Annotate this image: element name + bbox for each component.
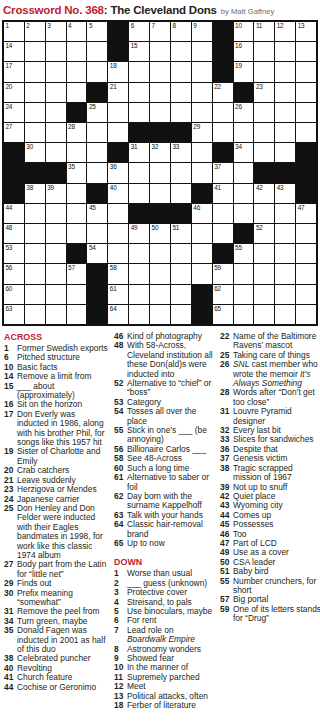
grid-cell[interactable] — [46, 42, 66, 61]
clue: 18Ferber of literature — [114, 701, 214, 710]
grid-cell[interactable] — [67, 83, 87, 102]
cell-number: 60 — [6, 286, 13, 292]
cell-number: 63 — [6, 306, 13, 312]
cell-number: 55 — [235, 245, 242, 251]
cell-number: 43 — [277, 185, 284, 191]
clue-text: Ferber of literature — [127, 701, 214, 710]
grid-cell[interactable] — [25, 305, 45, 324]
grid-cell[interactable]: 54 — [87, 244, 107, 263]
grid-cell[interactable] — [296, 305, 316, 324]
grid-cell[interactable] — [150, 42, 170, 61]
grid-cell[interactable] — [234, 163, 254, 182]
grid-cell[interactable]: 46 — [192, 204, 212, 223]
grid-cell[interactable] — [150, 103, 170, 122]
grid-cell[interactable] — [296, 123, 316, 142]
grid-cell[interactable]: 4 — [67, 22, 87, 41]
grid-cell[interactable]: 39 — [46, 184, 66, 203]
black-cell — [192, 285, 212, 304]
grid-cell[interactable] — [108, 103, 128, 122]
grid-cell[interactable]: 17 — [4, 62, 24, 81]
grid-cell[interactable] — [46, 103, 66, 122]
grid-cell[interactable] — [46, 285, 66, 304]
black-cell — [296, 163, 316, 182]
grid-cell[interactable] — [275, 62, 295, 81]
cell-number: 14 — [6, 43, 13, 49]
grid-cell[interactable] — [171, 163, 191, 182]
grid-cell[interactable] — [254, 204, 274, 223]
grid-cell[interactable]: 26 — [234, 103, 254, 122]
cell-number: 57 — [68, 265, 75, 271]
grid-cell[interactable]: 62 — [213, 285, 233, 304]
cell-number: 32 — [152, 144, 159, 150]
cell-number: 30 — [26, 144, 33, 150]
grid-cell[interactable]: 55 — [234, 244, 254, 263]
grid-cell[interactable]: 56 — [4, 264, 24, 283]
clue-number: 7 — [114, 626, 127, 645]
grid-cell[interactable]: 28 — [67, 123, 87, 142]
cell-number: 4 — [68, 23, 71, 29]
cell-number: 5 — [89, 23, 92, 29]
grid-cell[interactable] — [46, 244, 66, 263]
grid-cell[interactable] — [296, 62, 316, 81]
grid-cell[interactable] — [46, 264, 66, 283]
cell-number: 19 — [235, 63, 242, 69]
grid-cell[interactable] — [150, 163, 170, 182]
across-list-2: 46Kind of photography48With 58-Across, C… — [114, 332, 214, 548]
clue-number: 62 — [114, 492, 127, 511]
grid-cell[interactable] — [171, 264, 191, 283]
cell-number: 11 — [256, 23, 262, 29]
grid-cell[interactable] — [25, 62, 45, 81]
grid-cell[interactable]: 40 — [108, 184, 128, 203]
grid-cell[interactable] — [67, 285, 87, 304]
clue-text: Don Everly was inducted in 1986, along w… — [17, 410, 108, 448]
cell-number: 29 — [193, 124, 200, 130]
grid-cell[interactable] — [171, 285, 191, 304]
grid-cell[interactable] — [213, 204, 233, 223]
grid-cell[interactable] — [171, 305, 191, 324]
grid-cell[interactable] — [254, 285, 274, 304]
grid-cell[interactable] — [108, 123, 128, 142]
grid-cell[interactable] — [171, 184, 191, 203]
grid-cell[interactable] — [150, 285, 170, 304]
grid-cell[interactable] — [150, 244, 170, 263]
grid-cell[interactable] — [150, 264, 170, 283]
grid-cell[interactable] — [254, 103, 274, 122]
grid-cell[interactable] — [67, 62, 87, 81]
grid-cell[interactable] — [129, 264, 149, 283]
grid-cell[interactable]: 7 — [150, 22, 170, 41]
grid-cell[interactable] — [46, 143, 66, 162]
grid-cell[interactable] — [275, 123, 295, 142]
grid-cell[interactable]: 3 — [46, 22, 66, 41]
clue-text: Louvre Pyramid designer — [233, 407, 320, 426]
grid-cell[interactable]: 5 — [87, 22, 107, 41]
grid-cell[interactable] — [87, 42, 107, 61]
black-cell — [108, 42, 128, 61]
grid-cell[interactable]: 31 — [129, 143, 149, 162]
grid-cell[interactable] — [150, 305, 170, 324]
grid-cell[interactable]: 32 — [150, 143, 170, 162]
grid-cell[interactable] — [25, 285, 45, 304]
black-cell — [213, 22, 233, 41]
grid-cell[interactable] — [275, 224, 295, 243]
grid-cell[interactable] — [25, 204, 45, 223]
grid-cell[interactable] — [275, 305, 295, 324]
clue: 7Lead role on Boardwalk Empire — [114, 626, 214, 645]
grid-cell[interactable] — [87, 224, 107, 243]
grid-cell[interactable] — [171, 42, 191, 61]
cell-number: 51 — [172, 225, 179, 231]
grid-cell[interactable] — [25, 123, 45, 142]
grid-cell[interactable]: 60 — [4, 285, 24, 304]
grid-cell[interactable] — [275, 244, 295, 263]
cell-number: 26 — [235, 104, 242, 110]
clue-number: 59 — [220, 605, 233, 624]
grid-cell[interactable]: 19 — [234, 62, 254, 81]
clue: 27Body part from the Latin for “little n… — [4, 560, 108, 579]
grid-cell[interactable] — [150, 62, 170, 81]
grid-cell[interactable] — [234, 184, 254, 203]
byline: by Matt Gaffney — [221, 7, 274, 16]
grid-cell[interactable]: 65 — [213, 305, 233, 324]
black-cell — [254, 163, 274, 182]
grid-cell[interactable] — [254, 62, 274, 81]
clue-number: 48 — [114, 341, 127, 379]
grid-cell[interactable] — [192, 143, 212, 162]
grid-cell[interactable] — [171, 103, 191, 122]
grid-cell[interactable]: 6 — [129, 22, 149, 41]
cell-number: 44 — [6, 205, 13, 211]
grid-cell[interactable] — [150, 184, 170, 203]
grid-cell[interactable] — [67, 184, 87, 203]
cell-number: 20 — [6, 84, 13, 90]
grid-cell[interactable] — [234, 204, 254, 223]
grid-cell[interactable]: 20 — [4, 83, 24, 102]
grid-cell[interactable]: 37 — [213, 163, 233, 182]
grid-cell[interactable] — [108, 224, 128, 243]
grid-cell[interactable] — [129, 62, 149, 81]
clue-number: 25 — [4, 504, 17, 560]
grid-cell[interactable] — [129, 103, 149, 122]
grid-cell[interactable]: 35 — [67, 163, 87, 182]
grid-cell[interactable]: 45 — [87, 204, 107, 223]
grid-cell[interactable] — [234, 305, 254, 324]
black-cell — [87, 184, 107, 203]
grid-cell[interactable]: 18 — [108, 62, 128, 81]
clue: 28Words after “Don’t get too close” — [220, 388, 320, 407]
cell-number: 62 — [214, 286, 221, 292]
cell-number: 21 — [110, 84, 117, 90]
clue: 61Alternative to saber or foil — [114, 473, 214, 492]
cell-number: 15 — [131, 43, 138, 49]
grid-cell[interactable] — [296, 264, 316, 283]
grid-cell[interactable] — [108, 244, 128, 263]
grid-cell[interactable] — [67, 305, 87, 324]
grid-cell[interactable] — [87, 143, 107, 162]
grid-cell[interactable]: 48 — [4, 224, 24, 243]
grid-cell[interactable]: 33 — [171, 143, 191, 162]
grid-cell[interactable] — [87, 163, 107, 182]
clue: 48With 58-Across, Cleveland institution … — [114, 341, 214, 379]
cell-number: 24 — [6, 104, 13, 110]
grid-cell[interactable] — [234, 123, 254, 142]
cell-number: 33 — [172, 144, 179, 150]
grid-cell[interactable]: 14 — [4, 42, 24, 61]
cell-number: 37 — [214, 164, 221, 170]
grid-cell[interactable]: 47 — [296, 204, 316, 223]
cell-number: 50 — [152, 225, 159, 231]
grid-cell[interactable]: 34 — [234, 143, 254, 162]
grid-cell[interactable] — [87, 123, 107, 142]
grid-cell[interactable] — [108, 204, 128, 223]
clue-number: 52 — [114, 379, 127, 398]
clue-text: Lead role on Boardwalk Empire — [127, 626, 214, 645]
grid-cell[interactable]: 59 — [213, 264, 233, 283]
grid-cell[interactable]: 29 — [192, 123, 212, 142]
grid-cell[interactable] — [254, 42, 274, 61]
black-cell — [67, 103, 87, 122]
grid-cell[interactable]: 24 — [4, 103, 24, 122]
black-cell — [108, 143, 128, 162]
grid-cell[interactable] — [25, 224, 45, 243]
clue-number: 22 — [220, 332, 233, 351]
grid-cell[interactable] — [25, 42, 45, 61]
grid-cell[interactable] — [192, 264, 212, 283]
grid-cell[interactable] — [254, 143, 274, 162]
black-cell — [213, 62, 233, 81]
down-header: DOWN — [114, 557, 214, 567]
grid-cell[interactable]: 41 — [213, 184, 233, 203]
clue-text: Stick in one’s ___ (be annoying) — [127, 426, 214, 445]
cell-number: 13 — [298, 23, 305, 29]
clue-text: Prefix meaning “somewhat” — [17, 589, 108, 608]
cell-number: 12 — [277, 23, 284, 29]
grid-cell[interactable] — [254, 264, 274, 283]
grid-cell[interactable] — [67, 204, 87, 223]
clue-text: Alternative to “chief” or “boss” — [127, 379, 214, 398]
grid-cell[interactable] — [275, 42, 295, 61]
grid-cell[interactable] — [213, 224, 233, 243]
grid-cell[interactable] — [254, 123, 274, 142]
grid-cell[interactable]: 63 — [4, 305, 24, 324]
clue-text: ___ about (approximately) — [17, 382, 108, 401]
grid-cell[interactable] — [129, 163, 149, 182]
puzzle-page: Crossword No. 368:The Cleveland Donsby M… — [0, 0, 320, 710]
grid-cell[interactable] — [296, 42, 316, 61]
grid-cell[interactable] — [129, 285, 149, 304]
cell-number: 25 — [89, 104, 96, 110]
grid-cell[interactable]: 42 — [254, 184, 274, 203]
clue-text: Body part from the Latin for “little net… — [17, 560, 108, 579]
clue-number: 27 — [4, 560, 17, 579]
grid-cell[interactable] — [192, 163, 212, 182]
grid-cell[interactable] — [129, 305, 149, 324]
grid-cell[interactable] — [275, 83, 295, 102]
grid-cell[interactable] — [25, 264, 45, 283]
grid-cell[interactable] — [46, 83, 66, 102]
grid-cell[interactable] — [296, 103, 316, 122]
grid-cell[interactable] — [192, 62, 212, 81]
black-cell — [25, 163, 45, 182]
grid-cell[interactable]: 30 — [25, 143, 45, 162]
grid-cell[interactable]: 43 — [275, 184, 295, 203]
cell-number: 45 — [89, 205, 96, 211]
clue: 59One of its letters stands for “Drug” — [220, 605, 320, 624]
grid-cell[interactable] — [46, 224, 66, 243]
cell-number: 38 — [26, 185, 33, 191]
black-cell — [150, 204, 170, 223]
cell-number: 48 — [6, 225, 13, 231]
grid-cell[interactable]: 51 — [171, 224, 191, 243]
black-cell — [296, 143, 316, 162]
cell-number: 17 — [6, 63, 13, 69]
clue: 35Donald Fagen was inducted in 2001 as h… — [4, 626, 108, 654]
grid-cell[interactable]: 21 — [108, 83, 128, 102]
grid-cell[interactable] — [296, 285, 316, 304]
clue-column-1: ACROSS 1Former Swedish exports6Pitched s… — [4, 332, 108, 692]
grid-cell[interactable]: 15 — [129, 42, 149, 61]
clue-column-3: 22Name of the Baltimore Ravens’ mascot25… — [220, 332, 320, 624]
black-cell — [192, 184, 212, 203]
grid-cell[interactable] — [192, 103, 212, 122]
grid-cell[interactable]: 52 — [254, 224, 274, 243]
grid-cell[interactable]: 58 — [108, 264, 128, 283]
cell-number: 6 — [131, 23, 134, 29]
grid-cell[interactable] — [192, 244, 212, 263]
black-cell — [87, 305, 107, 324]
grid-cell[interactable] — [296, 224, 316, 243]
grid-cell[interactable]: 36 — [108, 163, 128, 182]
clue-text: Words after “Don’t get too close” — [233, 388, 320, 407]
grid-cell[interactable] — [171, 83, 191, 102]
clue-text: Classic hair-removal brand — [127, 520, 214, 539]
grid-cell[interactable] — [275, 264, 295, 283]
clue-text: Number crunchers, for short — [233, 577, 320, 596]
clue: 55Number crunchers, for short — [220, 577, 320, 596]
black-cell — [87, 264, 107, 283]
grid-cell[interactable]: 22 — [213, 83, 233, 102]
grid-cell[interactable] — [254, 305, 274, 324]
clue-text: Tosses all over the place — [127, 407, 214, 426]
grid-cell[interactable] — [192, 224, 212, 243]
grid-cell[interactable]: 8 — [171, 22, 191, 41]
grid-cell[interactable]: 38 — [25, 184, 45, 203]
grid-cell[interactable] — [171, 244, 191, 263]
black-cell — [171, 204, 191, 223]
grid-cell[interactable] — [213, 103, 233, 122]
across-list-1: 1Former Swedish exports6Pitched structur… — [4, 344, 108, 692]
clue-text: Cochise or Geronimo — [17, 683, 108, 692]
grid-cell[interactable]: 25 — [87, 103, 107, 122]
black-cell — [150, 123, 170, 142]
grid-cell[interactable]: 11 — [254, 22, 274, 41]
black-cell — [87, 83, 107, 102]
grid-cell[interactable] — [275, 204, 295, 223]
clue-number: 61 — [114, 473, 127, 492]
grid-cell[interactable] — [67, 42, 87, 61]
grid-cell[interactable] — [46, 305, 66, 324]
grid-cell[interactable] — [275, 103, 295, 122]
grid-cell[interactable] — [67, 143, 87, 162]
grid-cell[interactable] — [25, 103, 45, 122]
clue-number: 28 — [220, 388, 233, 407]
grid-cell[interactable]: 12 — [275, 22, 295, 41]
grid-cell[interactable]: 16 — [234, 42, 254, 61]
grid-cell[interactable] — [46, 204, 66, 223]
cell-number: 18 — [110, 63, 117, 69]
crossword-grid: 1234567891011121314151617181920212223242… — [2, 20, 318, 326]
grid-cell[interactable]: 64 — [108, 305, 128, 324]
grid-cell[interactable] — [25, 83, 45, 102]
cell-number: 22 — [214, 84, 221, 90]
grid-cell[interactable] — [275, 143, 295, 162]
grid-cell[interactable] — [67, 224, 87, 243]
grid-cell[interactable] — [254, 244, 274, 263]
clue: 17Don Everly was inducted in 1986, along… — [4, 410, 108, 448]
grid-cell[interactable]: 49 — [129, 224, 149, 243]
grid-cell[interactable] — [46, 62, 66, 81]
grid-cell[interactable] — [296, 244, 316, 263]
black-cell — [275, 163, 295, 182]
grid-cell[interactable] — [46, 123, 66, 142]
grid-cell[interactable] — [25, 244, 45, 263]
grid-cell[interactable]: 50 — [150, 224, 170, 243]
grid-cell[interactable] — [234, 264, 254, 283]
clue-number: 54 — [114, 407, 127, 426]
grid-cell[interactable]: 2 — [25, 22, 45, 41]
grid-cell[interactable] — [129, 83, 149, 102]
grid-cell[interactable] — [150, 83, 170, 102]
clue: 22Name of the Baltimore Ravens’ mascot — [220, 332, 320, 351]
grid-cell[interactable] — [213, 123, 233, 142]
down-list-2: 22Name of the Baltimore Ravens’ mascot25… — [220, 332, 320, 624]
clue-number: 65 — [114, 539, 127, 548]
grid-cell[interactable] — [129, 244, 149, 263]
grid-cell[interactable] — [234, 285, 254, 304]
clue: 19Sister of Charlotte and Emily — [4, 447, 108, 466]
cell-number: 42 — [256, 185, 263, 191]
grid-cell[interactable] — [171, 62, 191, 81]
grid-cell[interactable]: 13 — [296, 22, 316, 41]
grid-cell[interactable]: 10 — [234, 22, 254, 41]
grid-cell[interactable]: 57 — [67, 264, 87, 283]
down-list-1: 1Worse than usual2___ guess (unknown)3Pr… — [114, 569, 214, 710]
cell-number: 61 — [110, 286, 117, 292]
black-cell — [192, 305, 212, 324]
black-cell — [4, 163, 24, 182]
grid-cell[interactable]: 9 — [192, 22, 212, 41]
clue-text: Day born with the surname Kappelhoff — [127, 492, 214, 511]
grid-cell[interactable]: 23 — [254, 83, 274, 102]
grid-cell[interactable] — [87, 62, 107, 81]
grid-cell[interactable]: 27 — [4, 123, 24, 142]
grid-cell[interactable]: 1 — [4, 22, 24, 41]
grid-cell[interactable] — [192, 83, 212, 102]
grid-cell[interactable]: 44 — [4, 204, 24, 223]
grid-cell[interactable]: 53 — [4, 244, 24, 263]
black-cell — [87, 285, 107, 304]
black-cell — [108, 22, 128, 41]
grid-cell[interactable] — [296, 83, 316, 102]
grid-cell[interactable] — [275, 285, 295, 304]
clue: 52Alternative to “chief” or “boss” — [114, 379, 214, 398]
grid-cell[interactable] — [129, 184, 149, 203]
grid-cell[interactable] — [192, 42, 212, 61]
clues-area: ACROSS 1Former Swedish exports6Pitched s… — [2, 326, 318, 710]
cell-number: 31 — [131, 144, 138, 150]
grid-cell[interactable]: 61 — [108, 285, 128, 304]
